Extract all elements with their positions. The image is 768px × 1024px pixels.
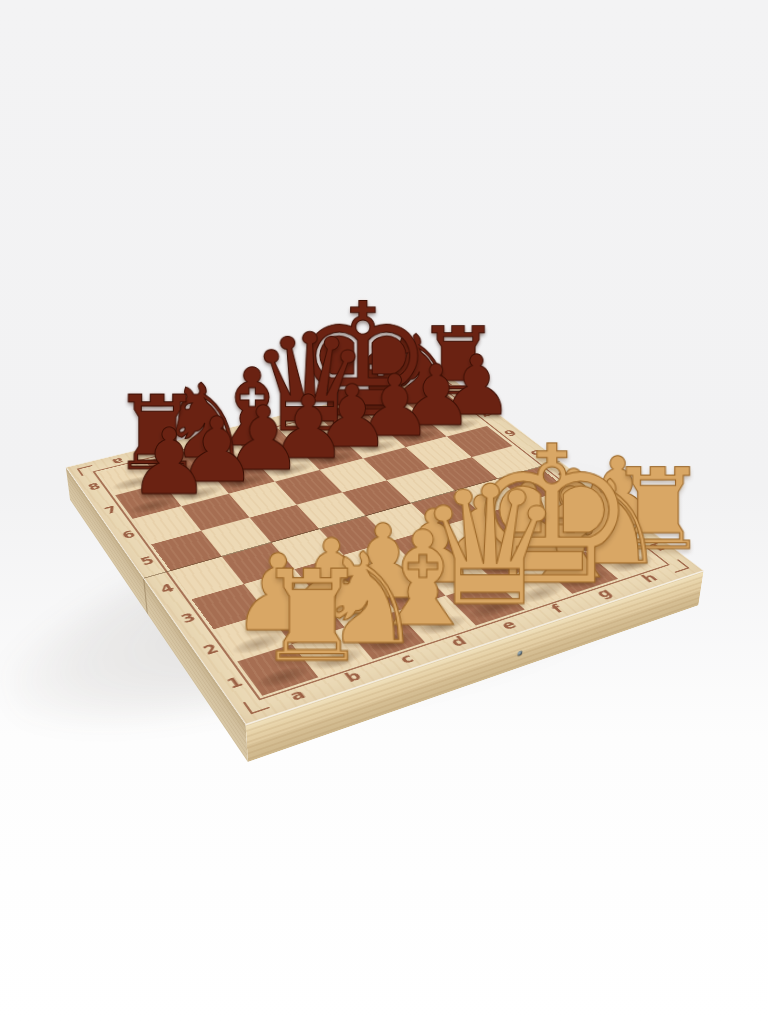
photo-background: 87654321 87654321 abcdefgh abcdefgh ♜♞♝♛… [0,0,768,1024]
clasp-screw-icon [518,650,523,656]
